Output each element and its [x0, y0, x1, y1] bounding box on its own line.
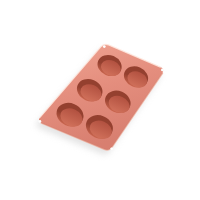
corner-hole-top [103, 45, 106, 48]
corner-hole-right [161, 69, 164, 72]
product-photo [0, 0, 200, 200]
corner-hole-left [39, 120, 42, 123]
corner-hole-bottom [110, 147, 113, 150]
mold-illustration [0, 0, 200, 200]
